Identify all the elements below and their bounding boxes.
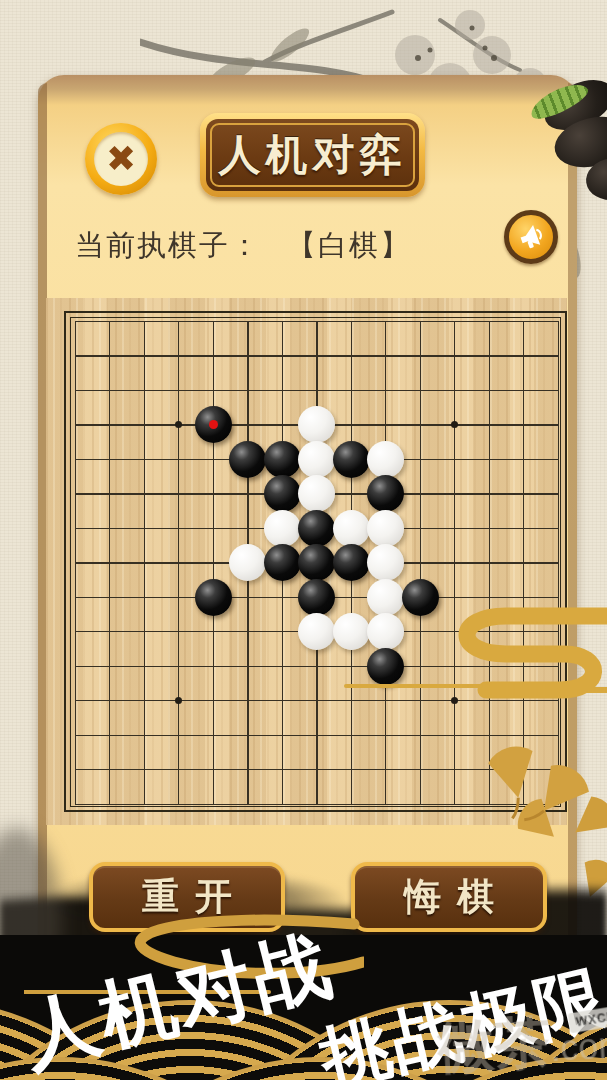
- close-button[interactable]: ✖: [85, 123, 157, 195]
- white-stone: [229, 544, 266, 581]
- star-point: [175, 697, 182, 704]
- star-point: [451, 421, 458, 428]
- close-icon: ✖: [106, 141, 136, 177]
- white-stone: [298, 441, 335, 478]
- black-stone: [229, 441, 266, 478]
- ginkgo-leaf-right-edge: [560, 790, 607, 910]
- black-stone: [333, 441, 370, 478]
- black-stone: [195, 406, 232, 443]
- black-stone: [367, 475, 404, 512]
- black-stone: [195, 579, 232, 616]
- star-point: [175, 421, 182, 428]
- black-stone: [333, 544, 370, 581]
- black-stone: [298, 544, 335, 581]
- undo-button[interactable]: 悔棋: [351, 862, 547, 932]
- last-move-marker: [209, 420, 218, 429]
- white-stone: [298, 475, 335, 512]
- sound-button[interactable]: [504, 210, 558, 264]
- white-stone: [333, 510, 370, 547]
- gold-swirl-decoration: [336, 602, 607, 702]
- watermark: 微茶.com WXCHA: [436, 1001, 607, 1080]
- gomoku-app-screen: ✖ 人机对弈 当前执棋子：【白棋】: [0, 0, 607, 1080]
- status-label: 当前执棋子：: [75, 229, 261, 261]
- megaphone-icon: [517, 223, 545, 251]
- black-stone: [298, 510, 335, 547]
- white-stone: [298, 613, 335, 650]
- white-stone: [298, 406, 335, 443]
- white-stone: [367, 441, 404, 478]
- black-stone: [264, 441, 301, 478]
- title-plaque: 人机对弈: [200, 113, 425, 197]
- white-stone: [367, 510, 404, 547]
- black-stone: [298, 579, 335, 616]
- black-stone: [264, 475, 301, 512]
- close-button-face: ✖: [94, 132, 148, 186]
- status-value: 【白棋】: [287, 229, 411, 261]
- white-stone: [367, 544, 404, 581]
- page-title: 人机对弈: [219, 127, 407, 183]
- title-plaque-face: 人机对弈: [206, 119, 419, 191]
- current-player-status: 当前执棋子：【白棋】: [75, 226, 411, 266]
- black-stone: [264, 544, 301, 581]
- watermark-name: 微茶: [436, 1010, 551, 1079]
- white-stone: [264, 510, 301, 547]
